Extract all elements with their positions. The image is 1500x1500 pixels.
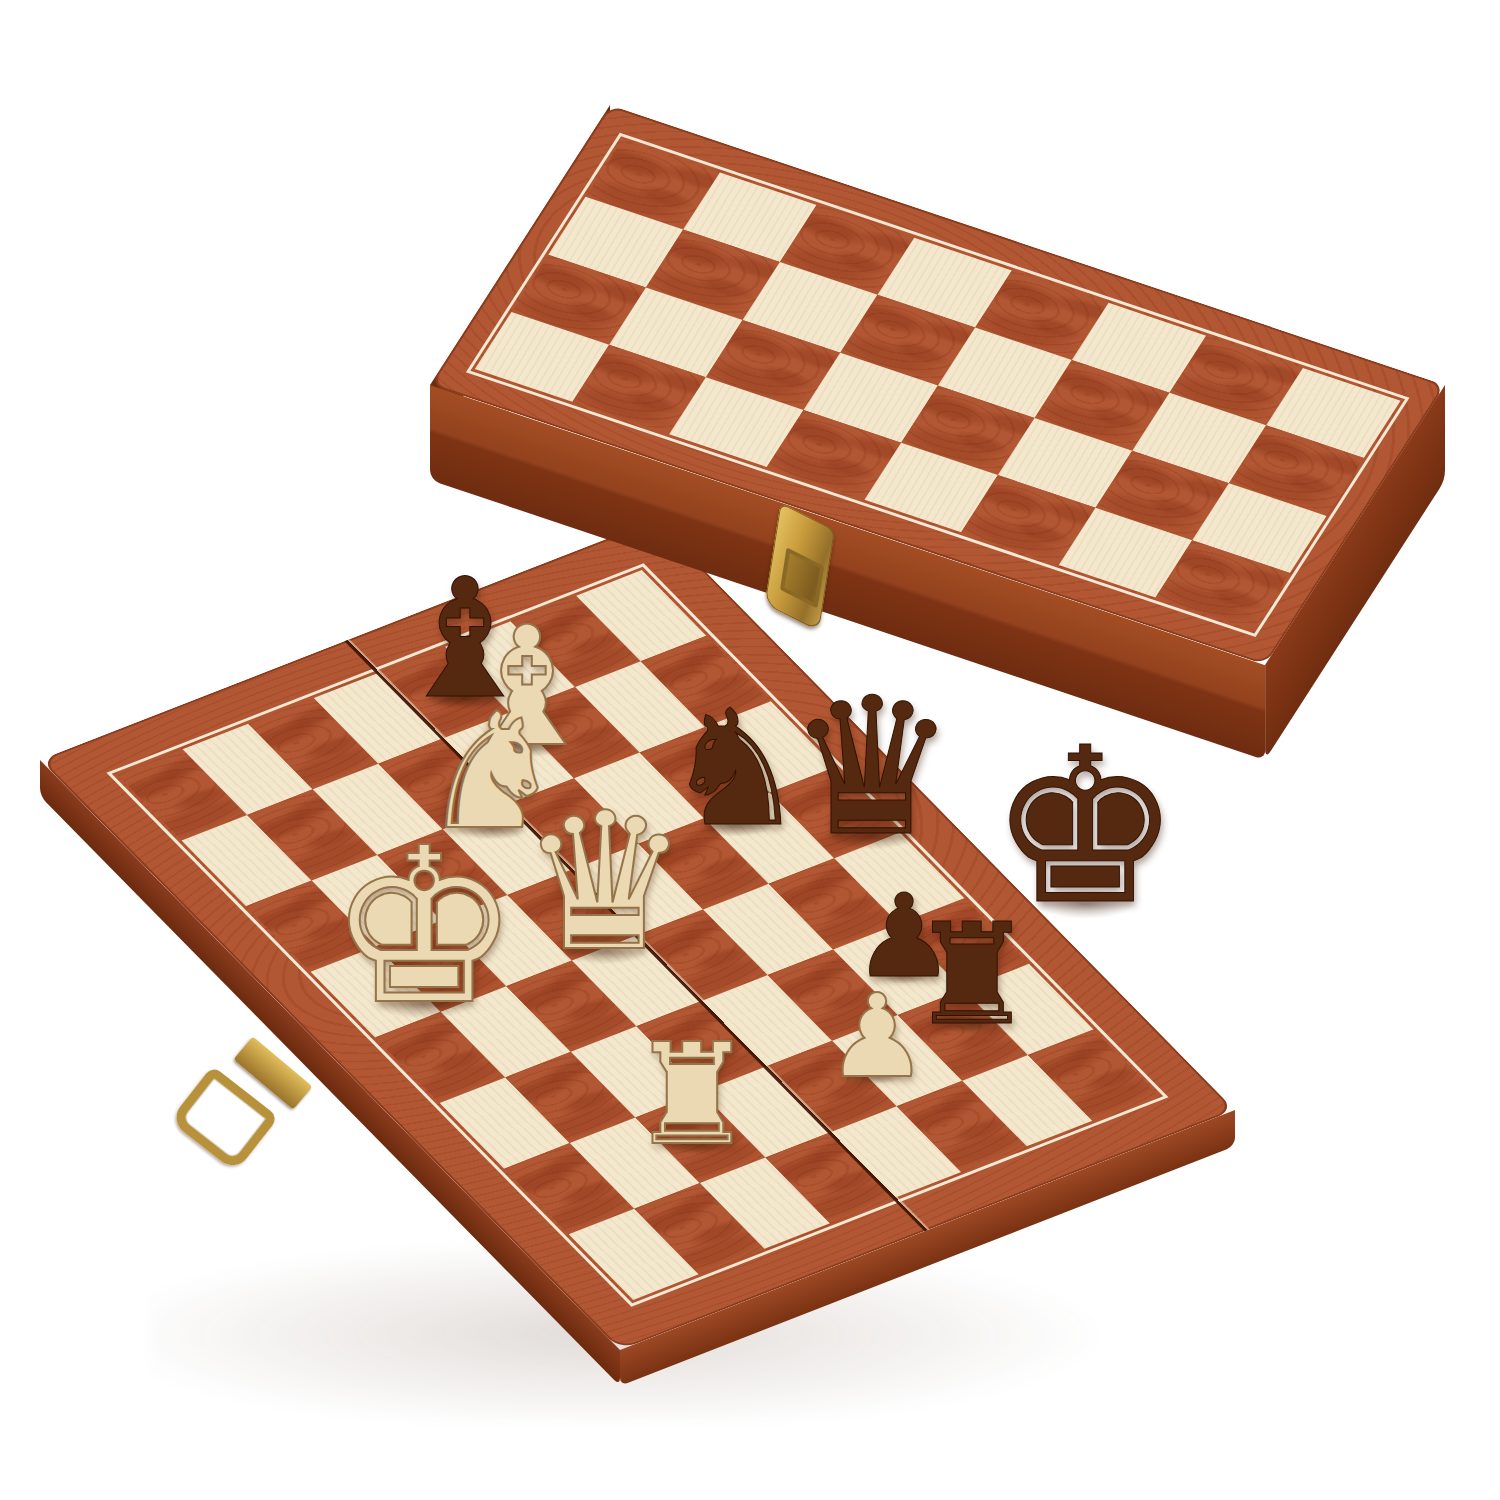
piece-light-queen[interactable]: ♛	[520, 788, 690, 978]
product-photo: ♝♝♞♞♛♚♛♟♚♜♟♜	[0, 0, 1500, 1500]
piece-light-king[interactable]: ♚	[328, 819, 521, 1034]
piece-dark-queen[interactable]: ♛	[787, 673, 957, 863]
latch-slot-icon	[780, 547, 825, 608]
piece-light-rook[interactable]: ♜	[629, 1025, 755, 1165]
piece-light-pawn[interactable]: ♟	[825, 979, 928, 1094]
brass-latch[interactable]	[765, 503, 835, 632]
